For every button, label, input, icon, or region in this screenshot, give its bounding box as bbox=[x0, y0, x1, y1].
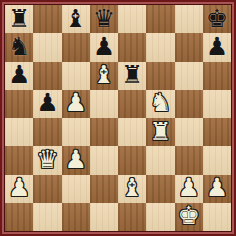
square-a5[interactable] bbox=[5, 90, 33, 118]
square-a2[interactable]: ♟ bbox=[5, 175, 33, 203]
piece-white-pawn: ♟ bbox=[8, 175, 30, 200]
square-a3[interactable] bbox=[5, 146, 33, 174]
square-c3[interactable]: ♟ bbox=[62, 146, 90, 174]
piece-white-rook: ♜ bbox=[149, 119, 171, 144]
square-g1[interactable]: ♚ bbox=[175, 203, 203, 231]
square-f3[interactable] bbox=[146, 146, 174, 174]
square-b4[interactable] bbox=[33, 118, 61, 146]
square-d3[interactable] bbox=[90, 146, 118, 174]
square-a7[interactable]: ♞ bbox=[5, 33, 33, 61]
square-e6[interactable]: ♜ bbox=[118, 62, 146, 90]
piece-black-queen: ♛ bbox=[93, 6, 115, 31]
piece-black-king: ♚ bbox=[206, 6, 228, 31]
square-h6[interactable] bbox=[203, 62, 231, 90]
piece-black-bishop: ♝ bbox=[64, 6, 86, 31]
square-h8[interactable]: ♚ bbox=[203, 5, 231, 33]
square-f1[interactable] bbox=[146, 203, 174, 231]
square-c4[interactable] bbox=[62, 118, 90, 146]
square-g6[interactable] bbox=[175, 62, 203, 90]
piece-white-king: ♚ bbox=[177, 203, 199, 228]
piece-black-pawn: ♟ bbox=[93, 34, 115, 59]
square-f6[interactable] bbox=[146, 62, 174, 90]
piece-white-pawn: ♟ bbox=[206, 175, 228, 200]
square-g8[interactable] bbox=[175, 5, 203, 33]
square-e2[interactable]: ♝ bbox=[118, 175, 146, 203]
square-f7[interactable] bbox=[146, 33, 174, 61]
square-h4[interactable] bbox=[203, 118, 231, 146]
square-c2[interactable] bbox=[62, 175, 90, 203]
piece-black-pawn: ♟ bbox=[36, 90, 58, 115]
square-a8[interactable]: ♜ bbox=[5, 5, 33, 33]
square-a1[interactable] bbox=[5, 203, 33, 231]
square-h7[interactable]: ♟ bbox=[203, 33, 231, 61]
square-e3[interactable] bbox=[118, 146, 146, 174]
square-b6[interactable] bbox=[33, 62, 61, 90]
square-c6[interactable] bbox=[62, 62, 90, 90]
piece-white-knight: ♞ bbox=[149, 90, 171, 115]
piece-black-rook: ♜ bbox=[121, 62, 143, 87]
square-h1[interactable] bbox=[203, 203, 231, 231]
square-g2[interactable]: ♟ bbox=[175, 175, 203, 203]
piece-white-bishop: ♝ bbox=[93, 62, 115, 87]
square-c5[interactable]: ♟ bbox=[62, 90, 90, 118]
square-g4[interactable] bbox=[175, 118, 203, 146]
square-c8[interactable]: ♝ bbox=[62, 5, 90, 33]
square-h5[interactable] bbox=[203, 90, 231, 118]
square-b3[interactable]: ♛ bbox=[33, 146, 61, 174]
square-a4[interactable] bbox=[5, 118, 33, 146]
square-f8[interactable] bbox=[146, 5, 174, 33]
square-g3[interactable] bbox=[175, 146, 203, 174]
piece-black-pawn: ♟ bbox=[206, 34, 228, 59]
piece-white-pawn: ♟ bbox=[64, 90, 86, 115]
square-b8[interactable] bbox=[33, 5, 61, 33]
square-h2[interactable]: ♟ bbox=[203, 175, 231, 203]
square-d8[interactable]: ♛ bbox=[90, 5, 118, 33]
square-d1[interactable] bbox=[90, 203, 118, 231]
square-a6[interactable]: ♟ bbox=[5, 62, 33, 90]
square-d2[interactable] bbox=[90, 175, 118, 203]
piece-white-pawn: ♟ bbox=[64, 147, 86, 172]
square-b7[interactable] bbox=[33, 33, 61, 61]
square-d4[interactable] bbox=[90, 118, 118, 146]
piece-white-queen: ♛ bbox=[36, 147, 58, 172]
square-d6[interactable]: ♝ bbox=[90, 62, 118, 90]
square-e7[interactable] bbox=[118, 33, 146, 61]
board-frame: ♜♝♛♚♞♟♟♟♝♜♟♟♞♜♛♟♟♝♟♟♚ bbox=[5, 5, 231, 231]
piece-black-pawn: ♟ bbox=[8, 62, 30, 87]
square-f2[interactable] bbox=[146, 175, 174, 203]
square-b1[interactable] bbox=[33, 203, 61, 231]
square-b2[interactable] bbox=[33, 175, 61, 203]
square-c7[interactable] bbox=[62, 33, 90, 61]
square-e1[interactable] bbox=[118, 203, 146, 231]
square-g5[interactable] bbox=[175, 90, 203, 118]
square-e4[interactable] bbox=[118, 118, 146, 146]
square-f5[interactable]: ♞ bbox=[146, 90, 174, 118]
square-e8[interactable] bbox=[118, 5, 146, 33]
square-h3[interactable] bbox=[203, 146, 231, 174]
square-c1[interactable] bbox=[62, 203, 90, 231]
piece-black-rook: ♜ bbox=[8, 6, 30, 31]
square-d5[interactable] bbox=[90, 90, 118, 118]
piece-white-pawn: ♟ bbox=[177, 175, 199, 200]
piece-black-knight: ♞ bbox=[8, 34, 30, 59]
square-f4[interactable]: ♜ bbox=[146, 118, 174, 146]
square-d7[interactable]: ♟ bbox=[90, 33, 118, 61]
square-e5[interactable] bbox=[118, 90, 146, 118]
square-g7[interactable] bbox=[175, 33, 203, 61]
chess-board: ♜♝♛♚♞♟♟♟♝♜♟♟♞♜♛♟♟♝♟♟♚ bbox=[5, 5, 231, 231]
square-b5[interactable]: ♟ bbox=[33, 90, 61, 118]
piece-white-bishop: ♝ bbox=[121, 175, 143, 200]
